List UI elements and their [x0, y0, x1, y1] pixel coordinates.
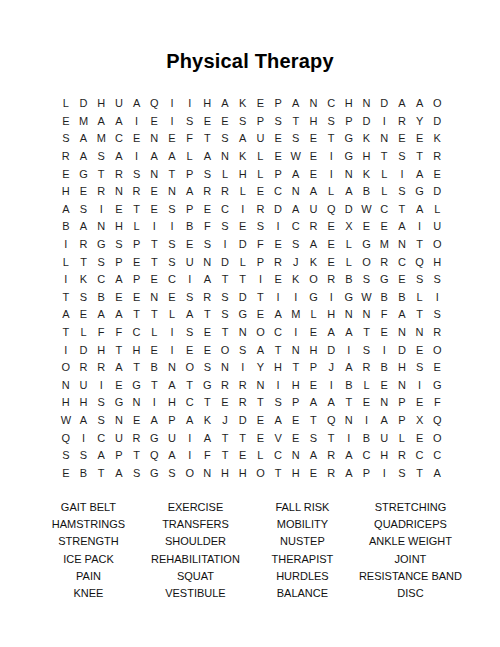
- grid-cell: O: [428, 95, 446, 113]
- grid-cell: S: [199, 236, 217, 254]
- grid-cell: E: [322, 236, 340, 254]
- grid-cell: I: [322, 377, 340, 395]
- worksheet-page: Physical Therapy LDHUAQIIHAKEPANCHNDAAOE…: [0, 0, 500, 647]
- grid-cell: L: [216, 165, 234, 183]
- grid-cell: W: [57, 412, 75, 430]
- grid-cell: E: [375, 324, 393, 342]
- grid-cell: S: [57, 447, 75, 465]
- grid-cell: P: [110, 447, 128, 465]
- grid-cell: H: [375, 447, 393, 465]
- grid-cell: A: [92, 447, 110, 465]
- grid-cell: B: [57, 218, 75, 236]
- grid-cell: O: [57, 359, 75, 377]
- grid-cell: C: [269, 183, 287, 201]
- grid-cell: Y: [411, 113, 429, 131]
- grid-cell: E: [252, 412, 270, 430]
- grid-cell: I: [322, 165, 340, 183]
- grid-cell: N: [216, 148, 234, 166]
- grid-cell: A: [163, 447, 181, 465]
- grid-cell: T: [128, 447, 146, 465]
- grid-cell: P: [269, 95, 287, 113]
- grid-cell: T: [128, 306, 146, 324]
- grid-cell: N: [358, 306, 376, 324]
- grid-cell: O: [216, 341, 234, 359]
- grid-cell: C: [216, 201, 234, 219]
- grid-cell: B: [75, 464, 93, 482]
- grid-cell: C: [411, 447, 429, 465]
- grid-cell: L: [375, 183, 393, 201]
- grid-cell: H: [393, 359, 411, 377]
- grid-cell: D: [340, 201, 358, 219]
- grid-cell: E: [358, 218, 376, 236]
- grid-cell: A: [287, 95, 305, 113]
- grid-cell: O: [252, 324, 270, 342]
- grid-cell: N: [287, 341, 305, 359]
- grid-cell: D: [322, 341, 340, 359]
- grid-cell: M: [287, 306, 305, 324]
- grid-cell: J: [287, 253, 305, 271]
- grid-cell: S: [181, 324, 199, 342]
- grid-cell: H: [234, 165, 252, 183]
- grid-cell: D: [375, 95, 393, 113]
- word-list-item: HAMSTRINGS: [38, 516, 139, 533]
- grid-cell: P: [110, 253, 128, 271]
- grid-cell: A: [340, 359, 358, 377]
- grid-cell: I: [287, 324, 305, 342]
- grid-cell: S: [216, 289, 234, 307]
- grid-cell: G: [92, 236, 110, 254]
- grid-cell: E: [252, 306, 270, 324]
- grid-cell: I: [322, 289, 340, 307]
- grid-cell: A: [340, 447, 358, 465]
- grid-cell: E: [199, 324, 217, 342]
- grid-cell: U: [181, 253, 199, 271]
- grid-cell: N: [199, 464, 217, 482]
- grid-cell: K: [199, 412, 217, 430]
- grid-cell: W: [358, 289, 376, 307]
- grid-cell: T: [305, 412, 323, 430]
- grid-cell: I: [252, 271, 270, 289]
- grid-cell: S: [128, 165, 146, 183]
- grid-cell: I: [145, 218, 163, 236]
- grid-cell: G: [358, 236, 376, 254]
- grid-cell: O: [181, 359, 199, 377]
- grid-cell: I: [340, 429, 358, 447]
- grid-cell: Q: [145, 95, 163, 113]
- grid-cell: D: [428, 113, 446, 131]
- grid-cell: I: [358, 412, 376, 430]
- word-list-item: MOBILITY: [252, 516, 353, 533]
- grid-cell: C: [269, 324, 287, 342]
- grid-cell: L: [252, 148, 270, 166]
- grid-cell: N: [199, 253, 217, 271]
- grid-cell: I: [181, 271, 199, 289]
- grid-cell: S: [287, 236, 305, 254]
- grid-cell: P: [252, 253, 270, 271]
- word-list-item: VESTIBULE: [145, 585, 246, 602]
- grid-cell: R: [322, 447, 340, 465]
- grid-cell: G: [128, 377, 146, 395]
- grid-cell: F: [92, 324, 110, 342]
- grid-cell: T: [411, 306, 429, 324]
- grid-cell: E: [358, 394, 376, 412]
- grid-cell: D: [234, 236, 252, 254]
- grid-cell: G: [340, 130, 358, 148]
- grid-cell: A: [305, 236, 323, 254]
- grid-cell: N: [375, 394, 393, 412]
- grid-cell: N: [287, 447, 305, 465]
- grid-cell: S: [287, 130, 305, 148]
- grid-cell: R: [269, 253, 287, 271]
- grid-cell: D: [393, 341, 411, 359]
- grid-cell: T: [57, 289, 75, 307]
- grid-cell: H: [287, 464, 305, 482]
- grid-cell: T: [216, 324, 234, 342]
- grid-cell: L: [428, 201, 446, 219]
- grid-cell: P: [340, 113, 358, 131]
- grid-cell: R: [428, 148, 446, 166]
- grid-cell: T: [411, 464, 429, 482]
- grid-cell: S: [269, 113, 287, 131]
- grid-cell: S: [92, 253, 110, 271]
- grid-cell: B: [181, 218, 199, 236]
- grid-cell: I: [181, 447, 199, 465]
- grid-cell: P: [181, 165, 199, 183]
- grid-cell: E: [110, 377, 128, 395]
- grid-cell: I: [340, 341, 358, 359]
- grid-cell: B: [145, 359, 163, 377]
- grid-cell: L: [75, 324, 93, 342]
- grid-cell: U: [428, 218, 446, 236]
- grid-cell: A: [340, 183, 358, 201]
- grid-cell: A: [340, 464, 358, 482]
- grid-cell: L: [358, 377, 376, 395]
- grid-cell: K: [75, 271, 93, 289]
- grid-cell: M: [375, 236, 393, 254]
- grid-cell: L: [234, 253, 252, 271]
- grid-cell: E: [128, 253, 146, 271]
- grid-cell: N: [92, 218, 110, 236]
- grid-cell: U: [375, 429, 393, 447]
- grid-cell: H: [75, 394, 93, 412]
- grid-cell: I: [234, 359, 252, 377]
- grid-cell: E: [269, 271, 287, 289]
- grid-cell: P: [128, 236, 146, 254]
- grid-cell: R: [199, 289, 217, 307]
- grid-cell: T: [145, 306, 163, 324]
- word-list-item: EXERCISE: [145, 499, 246, 516]
- grid-cell: A: [199, 429, 217, 447]
- grid-cell: T: [92, 165, 110, 183]
- grid-cell: B: [393, 289, 411, 307]
- grid-cell: A: [128, 95, 146, 113]
- grid-cell: L: [234, 183, 252, 201]
- grid-cell: I: [375, 464, 393, 482]
- grid-cell: E: [234, 218, 252, 236]
- grid-cell: H: [92, 341, 110, 359]
- grid-cell: I: [163, 113, 181, 131]
- grid-cell: S: [163, 464, 181, 482]
- grid-cell: A: [393, 306, 411, 324]
- grid-cell: E: [234, 447, 252, 465]
- grid-cell: E: [287, 429, 305, 447]
- grid-cell: A: [181, 412, 199, 430]
- grid-cell: T: [145, 377, 163, 395]
- grid-cell: C: [181, 394, 199, 412]
- grid-cell: B: [358, 183, 376, 201]
- grid-cell: H: [216, 464, 234, 482]
- grid-cell: S: [411, 271, 429, 289]
- grid-cell: S: [181, 289, 199, 307]
- grid-cell: E: [305, 148, 323, 166]
- grid-cell: A: [216, 95, 234, 113]
- grid-cell: T: [199, 306, 217, 324]
- word-list-item: ANKLE WEIGHT: [359, 533, 462, 550]
- grid-cell: L: [252, 165, 270, 183]
- grid-cell: C: [322, 95, 340, 113]
- grid-cell: Q: [411, 253, 429, 271]
- grid-cell: E: [145, 113, 163, 131]
- grid-cell: R: [305, 218, 323, 236]
- grid-cell: A: [252, 341, 270, 359]
- grid-cell: T: [252, 394, 270, 412]
- grid-cell: N: [340, 165, 358, 183]
- grid-cell: Q: [145, 447, 163, 465]
- grid-cell: S: [92, 148, 110, 166]
- grid-cell: N: [393, 236, 411, 254]
- grid-cell: I: [163, 341, 181, 359]
- grid-cell: N: [375, 130, 393, 148]
- grid-cell: A: [145, 412, 163, 430]
- grid-cell: H: [305, 113, 323, 131]
- grid-cell: U: [252, 130, 270, 148]
- grid-cell: R: [128, 429, 146, 447]
- grid-cell: A: [199, 148, 217, 166]
- grid-cell: S: [393, 148, 411, 166]
- grid-cell: E: [411, 394, 429, 412]
- grid-cell: E: [305, 165, 323, 183]
- grid-cell: T: [358, 324, 376, 342]
- grid-cell: R: [393, 113, 411, 131]
- grid-cell: K: [358, 130, 376, 148]
- grid-cell: P: [252, 113, 270, 131]
- grid-cell: S: [234, 113, 252, 131]
- grid-cell: I: [181, 429, 199, 447]
- grid-cell: E: [305, 130, 323, 148]
- grid-cell: H: [163, 394, 181, 412]
- word-list-item: KNEE: [38, 585, 139, 602]
- grid-cell: A: [411, 95, 429, 113]
- word-list-column: STRETCHINGQUADRICEPSANKLE WEIGHTJOINTRES…: [359, 499, 462, 602]
- word-list-item: HURDLES: [252, 568, 353, 585]
- grid-cell: A: [110, 113, 128, 131]
- grid-cell: T: [234, 271, 252, 289]
- grid-cell: E: [393, 271, 411, 289]
- grid-cell: L: [322, 183, 340, 201]
- grid-cell: F: [252, 236, 270, 254]
- grid-cell: E: [269, 148, 287, 166]
- grid-cell: R: [199, 183, 217, 201]
- grid-cell: N: [340, 306, 358, 324]
- grid-cell: I: [322, 148, 340, 166]
- grid-cell: E: [411, 130, 429, 148]
- grid-cell: T: [269, 341, 287, 359]
- grid-cell: I: [411, 377, 429, 395]
- word-list-item: NUSTEP: [252, 533, 353, 550]
- grid-cell: S: [358, 271, 376, 289]
- grid-cell: O: [358, 253, 376, 271]
- grid-cell: I: [128, 113, 146, 131]
- grid-cell: H: [305, 341, 323, 359]
- grid-cell: E: [375, 218, 393, 236]
- grid-cell: I: [287, 289, 305, 307]
- grid-cell: E: [181, 236, 199, 254]
- grid-cell: R: [57, 148, 75, 166]
- grid-cell: M: [92, 130, 110, 148]
- grid-cell: T: [128, 359, 146, 377]
- grid-cell: G: [234, 306, 252, 324]
- grid-cell: I: [375, 341, 393, 359]
- grid-cell: R: [216, 183, 234, 201]
- word-list-item: BALANCE: [252, 585, 353, 602]
- grid-cell: T: [75, 253, 93, 271]
- grid-cell: I: [57, 271, 75, 289]
- grid-cell: I: [269, 218, 287, 236]
- grid-cell: A: [75, 218, 93, 236]
- grid-cell: T: [393, 201, 411, 219]
- grid-cell: N: [393, 324, 411, 342]
- grid-cell: A: [75, 130, 93, 148]
- grid-cell: C: [393, 253, 411, 271]
- grid-cell: K: [305, 253, 323, 271]
- grid-cell: E: [305, 464, 323, 482]
- grid-cell: N: [163, 183, 181, 201]
- grid-cell: G: [305, 289, 323, 307]
- grid-cell: H: [110, 218, 128, 236]
- grid-cell: A: [340, 324, 358, 342]
- grid-cell: E: [322, 218, 340, 236]
- grid-cell: E: [181, 341, 199, 359]
- grid-cell: B: [375, 289, 393, 307]
- grid-cell: H: [322, 306, 340, 324]
- grid-cell: I: [234, 201, 252, 219]
- grid-cell: F: [375, 306, 393, 324]
- grid-cell: R: [428, 324, 446, 342]
- grid-cell: L: [305, 306, 323, 324]
- grid-cell: E: [411, 341, 429, 359]
- grid-cell: Q: [428, 412, 446, 430]
- grid-cell: C: [287, 218, 305, 236]
- grid-cell: S: [216, 306, 234, 324]
- grid-cell: O: [252, 464, 270, 482]
- grid-cell: N: [393, 377, 411, 395]
- grid-cell: A: [145, 148, 163, 166]
- grid-cell: V: [269, 429, 287, 447]
- grid-cell: C: [92, 429, 110, 447]
- grid-cell: G: [340, 289, 358, 307]
- grid-cell: B: [358, 429, 376, 447]
- grid-cell: E: [145, 271, 163, 289]
- grid-cell: S: [92, 412, 110, 430]
- grid-cell: A: [393, 218, 411, 236]
- grid-cell: A: [411, 165, 429, 183]
- grid-cell: K: [234, 148, 252, 166]
- grid-cell: F: [110, 324, 128, 342]
- grid-cell: T: [92, 464, 110, 482]
- word-list-item: FALL RISK: [252, 499, 353, 516]
- grid-cell: G: [145, 429, 163, 447]
- grid-cell: I: [428, 289, 446, 307]
- grid-cell: M: [75, 113, 93, 131]
- grid-cell: I: [75, 429, 93, 447]
- grid-cell: L: [57, 253, 75, 271]
- grid-cell: A: [181, 183, 199, 201]
- grid-cell: H: [92, 95, 110, 113]
- grid-cell: S: [163, 201, 181, 219]
- word-list-item: DISC: [359, 585, 462, 602]
- grid-cell: N: [163, 359, 181, 377]
- word-list-column: EXERCISETRANSFERSSHOULDERREHABILITATIONS…: [145, 499, 246, 602]
- grid-cell: H: [287, 377, 305, 395]
- grid-cell: N: [145, 165, 163, 183]
- grid-cell: B: [375, 359, 393, 377]
- grid-cell: E: [75, 183, 93, 201]
- grid-cell: L: [145, 324, 163, 342]
- word-list-item: STRENGTH: [38, 533, 139, 550]
- grid-cell: F: [181, 130, 199, 148]
- grid-cell: A: [75, 148, 93, 166]
- grid-cell: E: [216, 113, 234, 131]
- grid-cell: A: [92, 306, 110, 324]
- grid-cell: S: [411, 359, 429, 377]
- grid-cell: U: [110, 95, 128, 113]
- grid-cell: A: [428, 464, 446, 482]
- grid-cell: S: [181, 113, 199, 131]
- grid-cell: F: [199, 218, 217, 236]
- grid-cell: E: [411, 429, 429, 447]
- grid-cell: T: [216, 429, 234, 447]
- grid-cell: P: [163, 412, 181, 430]
- grid-cell: U: [163, 429, 181, 447]
- grid-cell: H: [57, 394, 75, 412]
- grid-cell: G: [428, 377, 446, 395]
- grid-cell: W: [358, 201, 376, 219]
- grid-cell: S: [199, 165, 217, 183]
- grid-cell: L: [393, 429, 411, 447]
- grid-cell: R: [234, 394, 252, 412]
- grid-cell: I: [57, 236, 75, 254]
- grid-cell: T: [411, 236, 429, 254]
- grid-cell: R: [110, 165, 128, 183]
- grid-cell: T: [110, 341, 128, 359]
- grid-cell: I: [216, 236, 234, 254]
- grid-cell: U: [305, 201, 323, 219]
- grid-cell: S: [199, 359, 217, 377]
- word-list-item: PAIN: [38, 568, 139, 585]
- grid-cell: E: [305, 324, 323, 342]
- grid-cell: L: [181, 148, 199, 166]
- grid-cell: L: [375, 165, 393, 183]
- grid-cell: A: [110, 359, 128, 377]
- grid-cell: S: [163, 253, 181, 271]
- grid-cell: E: [145, 341, 163, 359]
- grid-cell: H: [199, 95, 217, 113]
- grid-cell: Q: [57, 429, 75, 447]
- grid-cell: H: [340, 95, 358, 113]
- grid-cell: N: [110, 183, 128, 201]
- grid-cell: A: [75, 412, 93, 430]
- grid-cell: E: [428, 165, 446, 183]
